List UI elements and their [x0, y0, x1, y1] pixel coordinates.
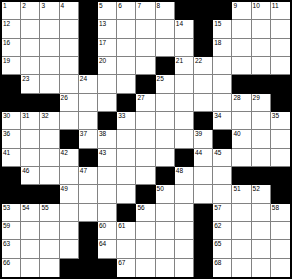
- white-cell-r2c1[interactable]: [21, 39, 40, 57]
- clue-number-41: 41: [3, 149, 10, 157]
- black-cell-r7c11: [213, 130, 232, 148]
- white-cell-r9c3[interactable]: [60, 167, 79, 185]
- white-cell-r12c13[interactable]: [252, 222, 271, 240]
- clue-number-56: 56: [137, 204, 144, 212]
- clue-number-55: 55: [41, 204, 48, 212]
- black-cell-r10c7: [136, 185, 155, 203]
- white-cell-r6c11[interactable]: 34: [213, 112, 232, 130]
- white-cell-r12c2[interactable]: [40, 222, 59, 240]
- white-cell-r2c9[interactable]: [175, 39, 194, 57]
- white-cell-r4c3[interactable]: [60, 75, 79, 93]
- white-cell-r4c8[interactable]: 25: [156, 75, 175, 93]
- black-cell-r2c4: [79, 39, 98, 57]
- clue-number-47: 47: [80, 167, 87, 175]
- black-cell-r1c10: [194, 20, 213, 38]
- crossword-grid: 1234567891011121314151617181920212223242…: [0, 0, 292, 279]
- white-cell-r14c1[interactable]: [21, 259, 40, 277]
- white-cell-r14c7[interactable]: [136, 259, 155, 277]
- clue-number-32: 32: [41, 112, 48, 120]
- white-cell-r2c7[interactable]: [136, 39, 155, 57]
- white-cell-r4c2[interactable]: [40, 75, 59, 93]
- clue-number-54: 54: [22, 204, 29, 212]
- white-cell-r6c12[interactable]: [232, 112, 251, 130]
- white-cell-r12c12[interactable]: [232, 222, 251, 240]
- black-cell-r1c4: [79, 20, 98, 38]
- white-cell-r9c1[interactable]: 46: [21, 167, 40, 185]
- white-cell-r11c12[interactable]: [232, 204, 251, 222]
- white-cell-r13c0[interactable]: 63: [2, 240, 21, 258]
- white-cell-r3c6[interactable]: [117, 57, 136, 75]
- white-cell-r11c7[interactable]: 56: [136, 204, 155, 222]
- white-cell-r13c1[interactable]: [21, 240, 40, 258]
- black-cell-r4c0: [2, 75, 21, 93]
- white-cell-r7c12[interactable]: 40: [232, 130, 251, 148]
- white-cell-r3c3[interactable]: [60, 57, 79, 75]
- white-cell-r5c4[interactable]: [79, 94, 98, 112]
- clue-number-23: 23: [22, 75, 29, 83]
- black-cell-r14c3: [60, 259, 79, 277]
- black-cell-r14c4: [79, 259, 98, 277]
- white-cell-r2c2[interactable]: [40, 39, 59, 57]
- clue-number-20: 20: [99, 57, 106, 65]
- clue-number-5: 5: [99, 2, 103, 10]
- white-cell-r11c11[interactable]: 57: [213, 204, 232, 222]
- white-cell-r7c1[interactable]: [21, 130, 40, 148]
- black-cell-r8c9: [175, 149, 194, 167]
- white-cell-r13c2[interactable]: [40, 240, 59, 258]
- white-cell-r7c13[interactable]: [252, 130, 271, 148]
- black-cell-r4c13: [252, 75, 271, 93]
- white-cell-r11c3[interactable]: [60, 204, 79, 222]
- white-cell-r1c3[interactable]: [60, 20, 79, 38]
- clue-number-8: 8: [157, 2, 161, 10]
- white-cell-r8c2[interactable]: [40, 149, 59, 167]
- clue-number-2: 2: [22, 2, 26, 10]
- clue-number-64: 64: [99, 240, 106, 248]
- white-cell-r12c1[interactable]: [21, 222, 40, 240]
- white-cell-r10c11[interactable]: [213, 185, 232, 203]
- white-cell-r3c9[interactable]: 21: [175, 57, 194, 75]
- white-cell-r1c8[interactable]: [156, 20, 175, 38]
- white-cell-r8c5[interactable]: 43: [98, 149, 117, 167]
- white-cell-r7c14[interactable]: [271, 130, 290, 148]
- white-cell-r9c4[interactable]: 47: [79, 167, 98, 185]
- white-cell-r10c13[interactable]: 52: [252, 185, 271, 203]
- clue-number-9: 9: [233, 2, 237, 10]
- white-cell-r8c1[interactable]: [21, 149, 40, 167]
- white-cell-r0c12[interactable]: 9: [232, 2, 251, 20]
- white-cell-r11c0[interactable]: 53: [2, 204, 21, 222]
- white-cell-r0c6[interactable]: 6: [117, 2, 136, 20]
- black-cell-r10c0: [2, 185, 21, 203]
- white-cell-r13c5[interactable]: 64: [98, 240, 117, 258]
- white-cell-r2c11[interactable]: 18: [213, 39, 232, 57]
- clue-number-4: 4: [61, 2, 65, 10]
- black-cell-r9c13: [252, 167, 271, 185]
- clue-number-65: 65: [214, 240, 221, 248]
- white-cell-r0c7[interactable]: 7: [136, 2, 155, 20]
- white-cell-r14c0[interactable]: 66: [2, 259, 21, 277]
- white-cell-r10c10[interactable]: [194, 185, 213, 203]
- clue-number-36: 36: [3, 130, 10, 138]
- white-cell-r11c8[interactable]: [156, 204, 175, 222]
- white-cell-r11c1[interactable]: 54: [21, 204, 40, 222]
- black-cell-r12c10: [194, 222, 213, 240]
- white-cell-r11c5[interactable]: [98, 204, 117, 222]
- white-cell-r0c13[interactable]: 10: [252, 2, 271, 20]
- white-cell-r5c12[interactable]: 28: [232, 94, 251, 112]
- white-cell-r1c1[interactable]: [21, 20, 40, 38]
- white-cell-r9c5[interactable]: [98, 167, 117, 185]
- white-cell-r2c12[interactable]: [232, 39, 251, 57]
- black-cell-r0c4: [79, 2, 98, 20]
- clue-number-48: 48: [176, 167, 183, 175]
- white-cell-r6c9[interactable]: [175, 112, 194, 130]
- white-cell-r14c13[interactable]: [252, 259, 271, 277]
- white-cell-r3c2[interactable]: [40, 57, 59, 75]
- white-cell-r1c14[interactable]: [271, 20, 290, 38]
- clue-number-63: 63: [3, 240, 10, 248]
- white-cell-r13c7[interactable]: [136, 240, 155, 258]
- white-cell-r4c6[interactable]: [117, 75, 136, 93]
- white-cell-r14c14[interactable]: [271, 259, 290, 277]
- white-cell-r0c1[interactable]: 2: [21, 2, 40, 20]
- white-cell-r14c11[interactable]: 68: [213, 259, 232, 277]
- black-cell-r5c2: [40, 94, 59, 112]
- white-cell-r10c8[interactable]: 50: [156, 185, 175, 203]
- black-cell-r10c1: [21, 185, 40, 203]
- clue-number-25: 25: [157, 75, 164, 83]
- black-cell-r4c7: [136, 75, 155, 93]
- black-cell-r10c14: [271, 185, 290, 203]
- white-cell-r9c10[interactable]: [194, 167, 213, 185]
- black-cell-r14c5: [98, 259, 117, 277]
- white-cell-r8c8[interactable]: [156, 149, 175, 167]
- white-cell-r2c8[interactable]: [156, 39, 175, 57]
- white-cell-r14c6[interactable]: 67: [117, 259, 136, 277]
- white-cell-r14c9[interactable]: [175, 259, 194, 277]
- white-cell-r13c12[interactable]: [232, 240, 251, 258]
- white-cell-r10c9[interactable]: [175, 185, 194, 203]
- white-cell-r8c12[interactable]: [232, 149, 251, 167]
- white-cell-r3c5[interactable]: 20: [98, 57, 117, 75]
- clue-number-62: 62: [214, 222, 221, 230]
- black-cell-r0c9: [175, 2, 194, 20]
- clue-number-11: 11: [272, 2, 279, 10]
- white-cell-r2c0[interactable]: 16: [2, 39, 21, 57]
- clue-number-28: 28: [233, 94, 240, 102]
- white-cell-r4c9[interactable]: [175, 75, 194, 93]
- black-cell-r10c2: [40, 185, 59, 203]
- white-cell-r0c3[interactable]: 4: [60, 2, 79, 20]
- clue-number-60: 60: [99, 222, 106, 230]
- black-cell-r9c0: [2, 167, 21, 185]
- white-cell-r5c10[interactable]: [194, 94, 213, 112]
- clue-number-15: 15: [214, 20, 221, 28]
- white-cell-r4c1[interactable]: 23: [21, 75, 40, 93]
- white-cell-r7c9[interactable]: [175, 130, 194, 148]
- white-cell-r5c13[interactable]: 29: [252, 94, 271, 112]
- clue-number-3: 3: [41, 2, 45, 10]
- white-cell-r7c7[interactable]: [136, 130, 155, 148]
- white-cell-r0c8[interactable]: 8: [156, 2, 175, 20]
- black-cell-r3c4: [79, 57, 98, 75]
- white-cell-r7c5[interactable]: 38: [98, 130, 117, 148]
- black-cell-r5c14: [271, 94, 290, 112]
- white-cell-r12c5[interactable]: 60: [98, 222, 117, 240]
- clue-number-30: 30: [3, 112, 10, 120]
- white-cell-r9c2[interactable]: [40, 167, 59, 185]
- clue-number-33: 33: [118, 112, 125, 120]
- white-cell-r1c5[interactable]: 13: [98, 20, 117, 38]
- white-cell-r7c2[interactable]: [40, 130, 59, 148]
- white-cell-r6c14[interactable]: 35: [271, 112, 290, 130]
- clue-number-57: 57: [214, 204, 221, 212]
- white-cell-r8c13[interactable]: [252, 149, 271, 167]
- white-cell-r9c7[interactable]: [136, 167, 155, 185]
- clue-number-50: 50: [157, 185, 164, 193]
- white-cell-r14c2[interactable]: [40, 259, 59, 277]
- white-cell-r11c14[interactable]: 58: [271, 204, 290, 222]
- white-cell-r6c6[interactable]: 33: [117, 112, 136, 130]
- clue-number-44: 44: [195, 149, 202, 157]
- clue-number-39: 39: [195, 130, 202, 138]
- white-cell-r9c11[interactable]: [213, 167, 232, 185]
- white-cell-r4c5[interactable]: [98, 75, 117, 93]
- white-cell-r4c4[interactable]: 24: [79, 75, 98, 93]
- white-cell-r0c5[interactable]: 5: [98, 2, 117, 20]
- clue-number-58: 58: [272, 204, 279, 212]
- black-cell-r4c14: [271, 75, 290, 93]
- clue-number-42: 42: [61, 149, 68, 157]
- white-cell-r14c8[interactable]: [156, 259, 175, 277]
- black-cell-r11c10: [194, 204, 213, 222]
- white-cell-r12c11[interactable]: 62: [213, 222, 232, 240]
- clue-number-21: 21: [176, 57, 183, 65]
- white-cell-r13c6[interactable]: [117, 240, 136, 258]
- clue-number-10: 10: [253, 2, 260, 10]
- white-cell-r6c3[interactable]: [60, 112, 79, 130]
- clue-number-38: 38: [99, 130, 106, 138]
- white-cell-r10c12[interactable]: 51: [232, 185, 251, 203]
- clue-number-29: 29: [253, 94, 260, 102]
- clue-number-27: 27: [137, 94, 144, 102]
- white-cell-r7c0[interactable]: 36: [2, 130, 21, 148]
- white-cell-r5c8[interactable]: [156, 94, 175, 112]
- clue-number-12: 12: [3, 20, 10, 28]
- white-cell-r4c11[interactable]: [213, 75, 232, 93]
- white-cell-r9c9[interactable]: 48: [175, 167, 194, 185]
- white-cell-r2c14[interactable]: [271, 39, 290, 57]
- white-cell-r3c13[interactable]: [252, 57, 271, 75]
- clue-number-35: 35: [272, 112, 279, 120]
- white-cell-r2c5[interactable]: 17: [98, 39, 117, 57]
- white-cell-r6c7[interactable]: [136, 112, 155, 130]
- black-cell-r5c6: [117, 94, 136, 112]
- white-cell-r1c12[interactable]: [232, 20, 251, 38]
- clue-number-1: 1: [3, 2, 7, 10]
- clue-number-18: 18: [214, 39, 221, 47]
- white-cell-r13c14[interactable]: [271, 240, 290, 258]
- black-cell-r3c8: [156, 57, 175, 75]
- white-cell-r12c3[interactable]: [60, 222, 79, 240]
- black-cell-r2c10: [194, 39, 213, 57]
- white-cell-r6c1[interactable]: 31: [21, 112, 40, 130]
- clue-number-51: 51: [233, 185, 240, 193]
- clue-number-59: 59: [3, 222, 10, 230]
- black-cell-r5c0: [2, 94, 21, 112]
- black-cell-r4c12: [232, 75, 251, 93]
- clue-number-6: 6: [118, 2, 122, 10]
- white-cell-r5c5[interactable]: [98, 94, 117, 112]
- black-cell-r0c10: [194, 2, 213, 20]
- white-cell-r13c13[interactable]: [252, 240, 271, 258]
- white-cell-r8c3[interactable]: 42: [60, 149, 79, 167]
- clue-number-14: 14: [176, 20, 183, 28]
- clue-number-37: 37: [80, 130, 87, 138]
- clue-number-34: 34: [214, 112, 221, 120]
- white-cell-r12c9[interactable]: [175, 222, 194, 240]
- white-cell-r2c13[interactable]: [252, 39, 271, 57]
- white-cell-r12c7[interactable]: [136, 222, 155, 240]
- white-cell-r5c9[interactable]: [175, 94, 194, 112]
- white-cell-r5c7[interactable]: 27: [136, 94, 155, 112]
- white-cell-r12c6[interactable]: 61: [117, 222, 136, 240]
- white-cell-r8c14[interactable]: [271, 149, 290, 167]
- clue-number-53: 53: [3, 204, 10, 212]
- white-cell-r2c3[interactable]: [60, 39, 79, 57]
- clue-number-40: 40: [233, 130, 240, 138]
- clue-number-17: 17: [99, 39, 106, 47]
- white-cell-r12c14[interactable]: [271, 222, 290, 240]
- white-cell-r3c14[interactable]: [271, 57, 290, 75]
- clue-number-22: 22: [195, 57, 202, 65]
- clue-number-45: 45: [214, 149, 221, 157]
- white-cell-r13c3[interactable]: [60, 240, 79, 258]
- white-cell-r14c12[interactable]: [232, 259, 251, 277]
- black-cell-r13c10: [194, 240, 213, 258]
- black-cell-r14c10: [194, 259, 213, 277]
- white-cell-r8c6[interactable]: [117, 149, 136, 167]
- white-cell-r8c10[interactable]: 44: [194, 149, 213, 167]
- white-cell-r5c11[interactable]: [213, 94, 232, 112]
- white-cell-r1c7[interactable]: [136, 20, 155, 38]
- white-cell-r3c1[interactable]: [21, 57, 40, 75]
- white-cell-r6c0[interactable]: 30: [2, 112, 21, 130]
- white-cell-r10c6[interactable]: [117, 185, 136, 203]
- white-cell-r13c9[interactable]: [175, 240, 194, 258]
- clue-number-43: 43: [99, 149, 106, 157]
- white-cell-r10c5[interactable]: [98, 185, 117, 203]
- clue-number-16: 16: [3, 39, 10, 47]
- clue-number-13: 13: [99, 20, 106, 28]
- clue-number-61: 61: [118, 222, 125, 230]
- clue-number-67: 67: [118, 259, 125, 267]
- clue-number-24: 24: [80, 75, 87, 83]
- white-cell-r11c13[interactable]: [252, 204, 271, 222]
- white-cell-r12c0[interactable]: 59: [2, 222, 21, 240]
- black-cell-r9c8: [156, 167, 175, 185]
- white-cell-r13c11[interactable]: 65: [213, 240, 232, 258]
- black-cell-r12c4: [79, 222, 98, 240]
- white-cell-r3c11[interactable]: [213, 57, 232, 75]
- black-cell-r6c5: [98, 112, 117, 130]
- white-cell-r3c10[interactable]: 22: [194, 57, 213, 75]
- clue-number-49: 49: [61, 185, 68, 193]
- black-cell-r8c4: [79, 149, 98, 167]
- white-cell-r1c13[interactable]: [252, 20, 271, 38]
- black-cell-r6c10: [194, 112, 213, 130]
- clue-number-26: 26: [61, 94, 68, 102]
- clue-number-46: 46: [22, 167, 29, 175]
- black-cell-r13c4: [79, 240, 98, 258]
- white-cell-r13c8[interactable]: [156, 240, 175, 258]
- white-cell-r6c13[interactable]: [252, 112, 271, 130]
- clue-number-52: 52: [253, 185, 260, 193]
- black-cell-r11c6: [117, 204, 136, 222]
- white-cell-r11c9[interactable]: [175, 204, 194, 222]
- clue-number-19: 19: [3, 57, 10, 65]
- white-cell-r4c10[interactable]: [194, 75, 213, 93]
- white-cell-r7c10[interactable]: 39: [194, 130, 213, 148]
- black-cell-r9c14: [271, 167, 290, 185]
- white-cell-r2c6[interactable]: [117, 39, 136, 57]
- white-cell-r1c6[interactable]: [117, 20, 136, 38]
- white-cell-r1c0[interactable]: 12: [2, 20, 21, 38]
- clue-number-66: 66: [3, 259, 10, 267]
- white-cell-r3c7[interactable]: [136, 57, 155, 75]
- white-cell-r6c2[interactable]: 32: [40, 112, 59, 130]
- white-cell-r1c9[interactable]: 14: [175, 20, 194, 38]
- white-cell-r8c11[interactable]: 45: [213, 149, 232, 167]
- black-cell-r0c11: [213, 2, 232, 20]
- white-cell-r7c8[interactable]: [156, 130, 175, 148]
- white-cell-r10c3[interactable]: 49: [60, 185, 79, 203]
- white-cell-r12c8[interactable]: [156, 222, 175, 240]
- white-cell-r7c4[interactable]: 37: [79, 130, 98, 148]
- clue-number-7: 7: [137, 2, 141, 10]
- white-cell-r6c8[interactable]: [156, 112, 175, 130]
- white-cell-r7c6[interactable]: [117, 130, 136, 148]
- white-cell-r8c0[interactable]: 41: [2, 149, 21, 167]
- black-cell-r9c12: [232, 167, 251, 185]
- white-cell-r1c11[interactable]: 15: [213, 20, 232, 38]
- white-cell-r9c6[interactable]: [117, 167, 136, 185]
- white-cell-r3c0[interactable]: 19: [2, 57, 21, 75]
- white-cell-r0c14[interactable]: 11: [271, 2, 290, 20]
- white-cell-r6c4[interactable]: [79, 112, 98, 130]
- clue-number-31: 31: [22, 112, 29, 120]
- white-cell-r11c2[interactable]: 55: [40, 204, 59, 222]
- white-cell-r0c0[interactable]: 1: [2, 2, 21, 20]
- white-cell-r8c7[interactable]: [136, 149, 155, 167]
- white-cell-r3c12[interactable]: [232, 57, 251, 75]
- white-cell-r10c4[interactable]: [79, 185, 98, 203]
- white-cell-r11c4[interactable]: [79, 204, 98, 222]
- white-cell-r1c2[interactable]: [40, 20, 59, 38]
- white-cell-r0c2[interactable]: 3: [40, 2, 59, 20]
- clue-number-68: 68: [214, 259, 221, 267]
- white-cell-r5c3[interactable]: 26: [60, 94, 79, 112]
- black-cell-r5c1: [21, 94, 40, 112]
- black-cell-r7c3: [60, 130, 79, 148]
